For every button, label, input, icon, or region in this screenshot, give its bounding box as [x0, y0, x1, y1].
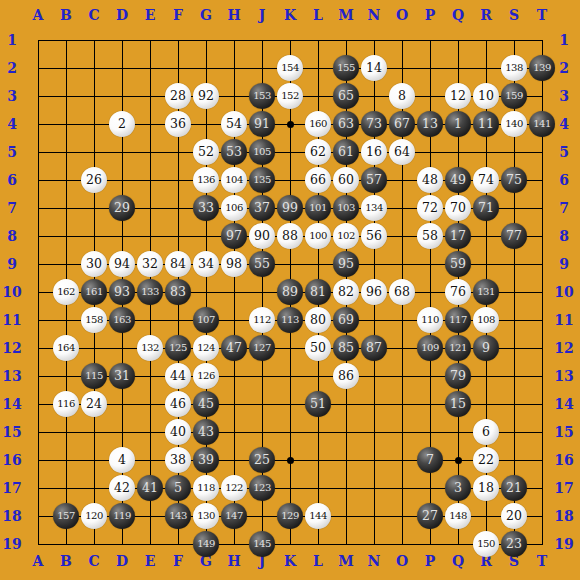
- intersection-T9[interactable]: [528, 250, 556, 278]
- intersection-N8[interactable]: 56: [360, 222, 388, 250]
- stone-black-17[interactable]: 17: [445, 223, 471, 249]
- intersection-P9[interactable]: [416, 250, 444, 278]
- intersection-F2[interactable]: [164, 54, 192, 82]
- stone-black-161[interactable]: 161: [81, 279, 107, 305]
- stone-white-40[interactable]: 40: [165, 419, 191, 445]
- stone-black-63[interactable]: 63: [333, 111, 359, 137]
- intersection-R10[interactable]: 131: [472, 278, 500, 306]
- intersection-L10[interactable]: 81: [304, 278, 332, 306]
- intersection-G7[interactable]: 33: [192, 194, 220, 222]
- intersection-O3[interactable]: 8: [388, 82, 416, 110]
- intersection-M14[interactable]: [332, 390, 360, 418]
- intersection-B5[interactable]: [52, 138, 80, 166]
- intersection-S18[interactable]: 20: [500, 502, 528, 530]
- intersection-F15[interactable]: 40: [164, 418, 192, 446]
- intersection-G19[interactable]: 149: [192, 530, 220, 558]
- stone-black-75[interactable]: 75: [501, 167, 527, 193]
- intersection-O16[interactable]: [388, 446, 416, 474]
- stone-black-47[interactable]: 47: [221, 335, 247, 361]
- intersection-Q14[interactable]: 15: [444, 390, 472, 418]
- intersection-H8[interactable]: 97: [220, 222, 248, 250]
- stone-white-112[interactable]: 112: [249, 307, 275, 333]
- stone-black-25[interactable]: 25: [249, 447, 275, 473]
- stone-white-50[interactable]: 50: [305, 335, 331, 361]
- intersection-P6[interactable]: 48: [416, 166, 444, 194]
- intersection-D1[interactable]: [108, 26, 136, 54]
- intersection-S14[interactable]: [500, 390, 528, 418]
- stone-black-135[interactable]: 135: [249, 167, 275, 193]
- intersection-P15[interactable]: [416, 418, 444, 446]
- stone-black-117[interactable]: 117: [445, 307, 471, 333]
- intersection-A11[interactable]: [24, 306, 52, 334]
- intersection-K5[interactable]: [276, 138, 304, 166]
- intersection-E5[interactable]: [136, 138, 164, 166]
- stone-white-48[interactable]: 48: [417, 167, 443, 193]
- intersection-E1[interactable]: [136, 26, 164, 54]
- intersection-S13[interactable]: [500, 362, 528, 390]
- intersection-H13[interactable]: [220, 362, 248, 390]
- stone-black-145[interactable]: 145: [249, 531, 275, 557]
- stone-white-158[interactable]: 158: [81, 307, 107, 333]
- intersection-O10[interactable]: 68: [388, 278, 416, 306]
- intersection-L9[interactable]: [304, 250, 332, 278]
- intersection-C14[interactable]: 24: [80, 390, 108, 418]
- intersection-G14[interactable]: 45: [192, 390, 220, 418]
- stone-black-51[interactable]: 51: [305, 391, 331, 417]
- stone-black-153[interactable]: 153: [249, 83, 275, 109]
- intersection-Q7[interactable]: 70: [444, 194, 472, 222]
- stone-black-125[interactable]: 125: [165, 335, 191, 361]
- stone-white-6[interactable]: 6: [473, 419, 499, 445]
- stone-white-74[interactable]: 74: [473, 167, 499, 193]
- stone-white-4[interactable]: 4: [109, 447, 135, 473]
- intersection-A7[interactable]: [24, 194, 52, 222]
- intersection-T8[interactable]: [528, 222, 556, 250]
- stone-black-87[interactable]: 87: [361, 335, 387, 361]
- stone-white-154[interactable]: 154: [277, 55, 303, 81]
- stone-black-59[interactable]: 59: [445, 251, 471, 277]
- stone-white-144[interactable]: 144: [305, 503, 331, 529]
- intersection-S4[interactable]: 140: [500, 110, 528, 138]
- intersection-T15[interactable]: [528, 418, 556, 446]
- stone-black-159[interactable]: 159: [501, 83, 527, 109]
- intersection-B13[interactable]: [52, 362, 80, 390]
- intersection-R6[interactable]: 74: [472, 166, 500, 194]
- stone-black-113[interactable]: 113: [277, 307, 303, 333]
- intersection-G16[interactable]: 39: [192, 446, 220, 474]
- stone-white-136[interactable]: 136: [193, 167, 219, 193]
- intersection-C10[interactable]: 161: [80, 278, 108, 306]
- intersection-B15[interactable]: [52, 418, 80, 446]
- intersection-P11[interactable]: 110: [416, 306, 444, 334]
- intersection-L16[interactable]: [304, 446, 332, 474]
- intersection-O9[interactable]: [388, 250, 416, 278]
- intersection-R15[interactable]: 6: [472, 418, 500, 446]
- intersection-K18[interactable]: 129: [276, 502, 304, 530]
- stone-white-24[interactable]: 24: [81, 391, 107, 417]
- intersection-L19[interactable]: [304, 530, 332, 558]
- intersection-B4[interactable]: [52, 110, 80, 138]
- intersection-L6[interactable]: 66: [304, 166, 332, 194]
- intersection-Q18[interactable]: 148: [444, 502, 472, 530]
- intersection-A6[interactable]: [24, 166, 52, 194]
- intersection-N10[interactable]: 96: [360, 278, 388, 306]
- intersection-T1[interactable]: [528, 26, 556, 54]
- intersection-N7[interactable]: 134: [360, 194, 388, 222]
- intersection-J15[interactable]: [248, 418, 276, 446]
- stone-white-162[interactable]: 162: [53, 279, 79, 305]
- stone-white-148[interactable]: 148: [445, 503, 471, 529]
- intersection-J18[interactable]: [248, 502, 276, 530]
- intersection-K15[interactable]: [276, 418, 304, 446]
- stone-white-118[interactable]: 118: [193, 475, 219, 501]
- intersection-T7[interactable]: [528, 194, 556, 222]
- intersection-S6[interactable]: 75: [500, 166, 528, 194]
- intersection-K8[interactable]: 88: [276, 222, 304, 250]
- intersection-S15[interactable]: [500, 418, 528, 446]
- intersection-D9[interactable]: 94: [108, 250, 136, 278]
- intersection-F18[interactable]: 143: [164, 502, 192, 530]
- intersection-P10[interactable]: [416, 278, 444, 306]
- intersection-E13[interactable]: [136, 362, 164, 390]
- intersection-Q1[interactable]: [444, 26, 472, 54]
- stone-black-1[interactable]: 1: [445, 111, 471, 137]
- intersection-N9[interactable]: [360, 250, 388, 278]
- intersection-Q12[interactable]: 121: [444, 334, 472, 362]
- intersection-R14[interactable]: [472, 390, 500, 418]
- intersection-A5[interactable]: [24, 138, 52, 166]
- stone-white-106[interactable]: 106: [221, 195, 247, 221]
- stone-white-140[interactable]: 140: [501, 111, 527, 137]
- stone-black-55[interactable]: 55: [249, 251, 275, 277]
- stone-white-16[interactable]: 16: [361, 139, 387, 165]
- intersection-R9[interactable]: [472, 250, 500, 278]
- stone-white-96[interactable]: 96: [361, 279, 387, 305]
- intersection-H14[interactable]: [220, 390, 248, 418]
- intersection-R19[interactable]: 150: [472, 530, 500, 558]
- intersection-R7[interactable]: 71: [472, 194, 500, 222]
- intersection-R13[interactable]: [472, 362, 500, 390]
- intersection-M15[interactable]: [332, 418, 360, 446]
- intersection-O15[interactable]: [388, 418, 416, 446]
- intersection-H6[interactable]: 104: [220, 166, 248, 194]
- intersection-F17[interactable]: 5: [164, 474, 192, 502]
- intersection-G2[interactable]: [192, 54, 220, 82]
- stone-black-21[interactable]: 21: [501, 475, 527, 501]
- intersection-D17[interactable]: 42: [108, 474, 136, 502]
- intersection-D18[interactable]: 119: [108, 502, 136, 530]
- intersection-H12[interactable]: 47: [220, 334, 248, 362]
- stone-white-152[interactable]: 152: [277, 83, 303, 109]
- stone-white-130[interactable]: 130: [193, 503, 219, 529]
- stone-white-86[interactable]: 86: [333, 363, 359, 389]
- stone-black-141[interactable]: 141: [529, 111, 555, 137]
- stone-white-82[interactable]: 82: [333, 279, 359, 305]
- stone-white-122[interactable]: 122: [221, 475, 247, 501]
- stone-white-104[interactable]: 104: [221, 167, 247, 193]
- intersection-R2[interactable]: [472, 54, 500, 82]
- intersection-N2[interactable]: 14: [360, 54, 388, 82]
- intersection-N19[interactable]: [360, 530, 388, 558]
- intersection-B12[interactable]: 164: [52, 334, 80, 362]
- stone-black-103[interactable]: 103: [333, 195, 359, 221]
- intersection-R11[interactable]: 108: [472, 306, 500, 334]
- intersection-F16[interactable]: 38: [164, 446, 192, 474]
- intersection-E8[interactable]: [136, 222, 164, 250]
- intersection-J13[interactable]: [248, 362, 276, 390]
- intersection-C17[interactable]: [80, 474, 108, 502]
- stone-white-108[interactable]: 108: [473, 307, 499, 333]
- intersection-A9[interactable]: [24, 250, 52, 278]
- intersection-R8[interactable]: [472, 222, 500, 250]
- stone-white-60[interactable]: 60: [333, 167, 359, 193]
- intersection-M13[interactable]: 86: [332, 362, 360, 390]
- intersection-G11[interactable]: 107: [192, 306, 220, 334]
- intersection-T6[interactable]: [528, 166, 556, 194]
- intersection-L11[interactable]: 80: [304, 306, 332, 334]
- intersection-P17[interactable]: [416, 474, 444, 502]
- stone-black-11[interactable]: 11: [473, 111, 499, 137]
- intersection-M8[interactable]: 102: [332, 222, 360, 250]
- stone-black-133[interactable]: 133: [137, 279, 163, 305]
- intersection-M3[interactable]: 65: [332, 82, 360, 110]
- intersection-T16[interactable]: [528, 446, 556, 474]
- intersection-B18[interactable]: 157: [52, 502, 80, 530]
- intersection-R1[interactable]: [472, 26, 500, 54]
- stone-white-126[interactable]: 126: [193, 363, 219, 389]
- stone-white-10[interactable]: 10: [473, 83, 499, 109]
- intersection-B1[interactable]: [52, 26, 80, 54]
- stone-white-164[interactable]: 164: [53, 335, 79, 361]
- intersection-F19[interactable]: [164, 530, 192, 558]
- intersection-C5[interactable]: [80, 138, 108, 166]
- intersection-P2[interactable]: [416, 54, 444, 82]
- intersection-J5[interactable]: 105: [248, 138, 276, 166]
- intersection-Q6[interactable]: 49: [444, 166, 472, 194]
- intersection-J14[interactable]: [248, 390, 276, 418]
- intersection-M11[interactable]: 69: [332, 306, 360, 334]
- intersection-N4[interactable]: 73: [360, 110, 388, 138]
- intersection-O4[interactable]: 67: [388, 110, 416, 138]
- intersection-P16[interactable]: 7: [416, 446, 444, 474]
- intersection-F13[interactable]: 44: [164, 362, 192, 390]
- intersection-D2[interactable]: [108, 54, 136, 82]
- stone-white-116[interactable]: 116: [53, 391, 79, 417]
- intersection-C13[interactable]: 115: [80, 362, 108, 390]
- intersection-K14[interactable]: [276, 390, 304, 418]
- intersection-S1[interactable]: [500, 26, 528, 54]
- stone-white-76[interactable]: 76: [445, 279, 471, 305]
- stone-white-12[interactable]: 12: [445, 83, 471, 109]
- stone-white-42[interactable]: 42: [109, 475, 135, 501]
- intersection-A14[interactable]: [24, 390, 52, 418]
- stone-white-2[interactable]: 2: [109, 111, 135, 137]
- stone-black-65[interactable]: 65: [333, 83, 359, 109]
- intersection-K4[interactable]: [276, 110, 304, 138]
- intersection-H3[interactable]: [220, 82, 248, 110]
- intersection-E7[interactable]: [136, 194, 164, 222]
- stone-white-14[interactable]: 14: [361, 55, 387, 81]
- stone-black-7[interactable]: 7: [417, 447, 443, 473]
- intersection-A8[interactable]: [24, 222, 52, 250]
- stone-white-32[interactable]: 32: [137, 251, 163, 277]
- intersection-O17[interactable]: [388, 474, 416, 502]
- intersection-T13[interactable]: [528, 362, 556, 390]
- intersection-L15[interactable]: [304, 418, 332, 446]
- intersection-Q5[interactable]: [444, 138, 472, 166]
- stone-black-5[interactable]: 5: [165, 475, 191, 501]
- intersection-L14[interactable]: 51: [304, 390, 332, 418]
- intersection-Q9[interactable]: 59: [444, 250, 472, 278]
- stone-white-18[interactable]: 18: [473, 475, 499, 501]
- intersection-S17[interactable]: 21: [500, 474, 528, 502]
- intersection-E14[interactable]: [136, 390, 164, 418]
- intersection-M5[interactable]: 61: [332, 138, 360, 166]
- stone-white-66[interactable]: 66: [305, 167, 331, 193]
- intersection-L13[interactable]: [304, 362, 332, 390]
- intersection-L7[interactable]: 101: [304, 194, 332, 222]
- stone-white-36[interactable]: 36: [165, 111, 191, 137]
- intersection-M10[interactable]: 82: [332, 278, 360, 306]
- intersection-N14[interactable]: [360, 390, 388, 418]
- stone-white-64[interactable]: 64: [389, 139, 415, 165]
- intersection-G12[interactable]: 124: [192, 334, 220, 362]
- stone-black-79[interactable]: 79: [445, 363, 471, 389]
- intersection-D8[interactable]: [108, 222, 136, 250]
- intersection-H19[interactable]: [220, 530, 248, 558]
- stone-black-123[interactable]: 123: [249, 475, 275, 501]
- stone-white-92[interactable]: 92: [193, 83, 219, 109]
- intersection-D15[interactable]: [108, 418, 136, 446]
- intersection-K13[interactable]: [276, 362, 304, 390]
- intersection-R18[interactable]: [472, 502, 500, 530]
- intersection-D7[interactable]: 29: [108, 194, 136, 222]
- intersection-A15[interactable]: [24, 418, 52, 446]
- intersection-S16[interactable]: [500, 446, 528, 474]
- intersection-N13[interactable]: [360, 362, 388, 390]
- intersection-B14[interactable]: 116: [52, 390, 80, 418]
- intersection-F8[interactable]: [164, 222, 192, 250]
- stone-white-20[interactable]: 20: [501, 503, 527, 529]
- intersection-S19[interactable]: 23: [500, 530, 528, 558]
- intersection-C18[interactable]: 120: [80, 502, 108, 530]
- intersection-B19[interactable]: [52, 530, 80, 558]
- intersection-T17[interactable]: [528, 474, 556, 502]
- intersection-D6[interactable]: [108, 166, 136, 194]
- intersection-O19[interactable]: [388, 530, 416, 558]
- intersection-A18[interactable]: [24, 502, 52, 530]
- intersection-Q8[interactable]: 17: [444, 222, 472, 250]
- stone-black-31[interactable]: 31: [109, 363, 135, 389]
- stone-black-101[interactable]: 101: [305, 195, 331, 221]
- stone-black-73[interactable]: 73: [361, 111, 387, 137]
- intersection-T19[interactable]: [528, 530, 556, 558]
- intersection-D5[interactable]: [108, 138, 136, 166]
- stone-white-34[interactable]: 34: [193, 251, 219, 277]
- intersection-C7[interactable]: [80, 194, 108, 222]
- intersection-D12[interactable]: [108, 334, 136, 362]
- intersection-F7[interactable]: [164, 194, 192, 222]
- intersection-S12[interactable]: [500, 334, 528, 362]
- intersection-A2[interactable]: [24, 54, 52, 82]
- intersection-P19[interactable]: [416, 530, 444, 558]
- intersection-E10[interactable]: 133: [136, 278, 164, 306]
- intersection-E19[interactable]: [136, 530, 164, 558]
- stone-black-143[interactable]: 143: [165, 503, 191, 529]
- intersection-K17[interactable]: [276, 474, 304, 502]
- stone-black-163[interactable]: 163: [109, 307, 135, 333]
- intersection-T14[interactable]: [528, 390, 556, 418]
- intersection-R12[interactable]: 9: [472, 334, 500, 362]
- intersection-H5[interactable]: 53: [220, 138, 248, 166]
- stone-white-68[interactable]: 68: [389, 279, 415, 305]
- intersection-R17[interactable]: 18: [472, 474, 500, 502]
- intersection-L8[interactable]: 100: [304, 222, 332, 250]
- stone-black-3[interactable]: 3: [445, 475, 471, 501]
- stone-white-8[interactable]: 8: [389, 83, 415, 109]
- intersection-O6[interactable]: [388, 166, 416, 194]
- stone-black-99[interactable]: 99: [277, 195, 303, 221]
- intersection-M1[interactable]: [332, 26, 360, 54]
- intersection-F4[interactable]: 36: [164, 110, 192, 138]
- intersection-B16[interactable]: [52, 446, 80, 474]
- stone-white-102[interactable]: 102: [333, 223, 359, 249]
- intersection-N5[interactable]: 16: [360, 138, 388, 166]
- intersection-N18[interactable]: [360, 502, 388, 530]
- intersection-T4[interactable]: 141: [528, 110, 556, 138]
- stone-white-110[interactable]: 110: [417, 307, 443, 333]
- stone-black-129[interactable]: 129: [277, 503, 303, 529]
- stone-white-52[interactable]: 52: [193, 139, 219, 165]
- stone-black-77[interactable]: 77: [501, 223, 527, 249]
- intersection-O12[interactable]: [388, 334, 416, 362]
- intersection-S10[interactable]: [500, 278, 528, 306]
- intersection-O11[interactable]: [388, 306, 416, 334]
- intersection-O14[interactable]: [388, 390, 416, 418]
- stone-white-120[interactable]: 120: [81, 503, 107, 529]
- intersection-E2[interactable]: [136, 54, 164, 82]
- intersection-T18[interactable]: [528, 502, 556, 530]
- intersection-M19[interactable]: [332, 530, 360, 558]
- intersection-D10[interactable]: 93: [108, 278, 136, 306]
- intersection-O13[interactable]: [388, 362, 416, 390]
- intersection-L3[interactable]: [304, 82, 332, 110]
- intersection-Q17[interactable]: 3: [444, 474, 472, 502]
- stone-black-119[interactable]: 119: [109, 503, 135, 529]
- stone-white-62[interactable]: 62: [305, 139, 331, 165]
- intersection-E16[interactable]: [136, 446, 164, 474]
- intersection-E3[interactable]: [136, 82, 164, 110]
- stone-white-54[interactable]: 54: [221, 111, 247, 137]
- stone-white-56[interactable]: 56: [361, 223, 387, 249]
- stone-white-124[interactable]: 124: [193, 335, 219, 361]
- intersection-G1[interactable]: [192, 26, 220, 54]
- intersection-K2[interactable]: 154: [276, 54, 304, 82]
- intersection-K10[interactable]: 89: [276, 278, 304, 306]
- intersection-P18[interactable]: 27: [416, 502, 444, 530]
- intersection-F1[interactable]: [164, 26, 192, 54]
- stone-black-27[interactable]: 27: [417, 503, 443, 529]
- intersection-E11[interactable]: [136, 306, 164, 334]
- intersection-L17[interactable]: [304, 474, 332, 502]
- stone-black-33[interactable]: 33: [193, 195, 219, 221]
- intersection-A17[interactable]: [24, 474, 52, 502]
- intersection-B6[interactable]: [52, 166, 80, 194]
- stone-black-93[interactable]: 93: [109, 279, 135, 305]
- intersection-J8[interactable]: 90: [248, 222, 276, 250]
- intersection-E6[interactable]: [136, 166, 164, 194]
- stone-white-90[interactable]: 90: [249, 223, 275, 249]
